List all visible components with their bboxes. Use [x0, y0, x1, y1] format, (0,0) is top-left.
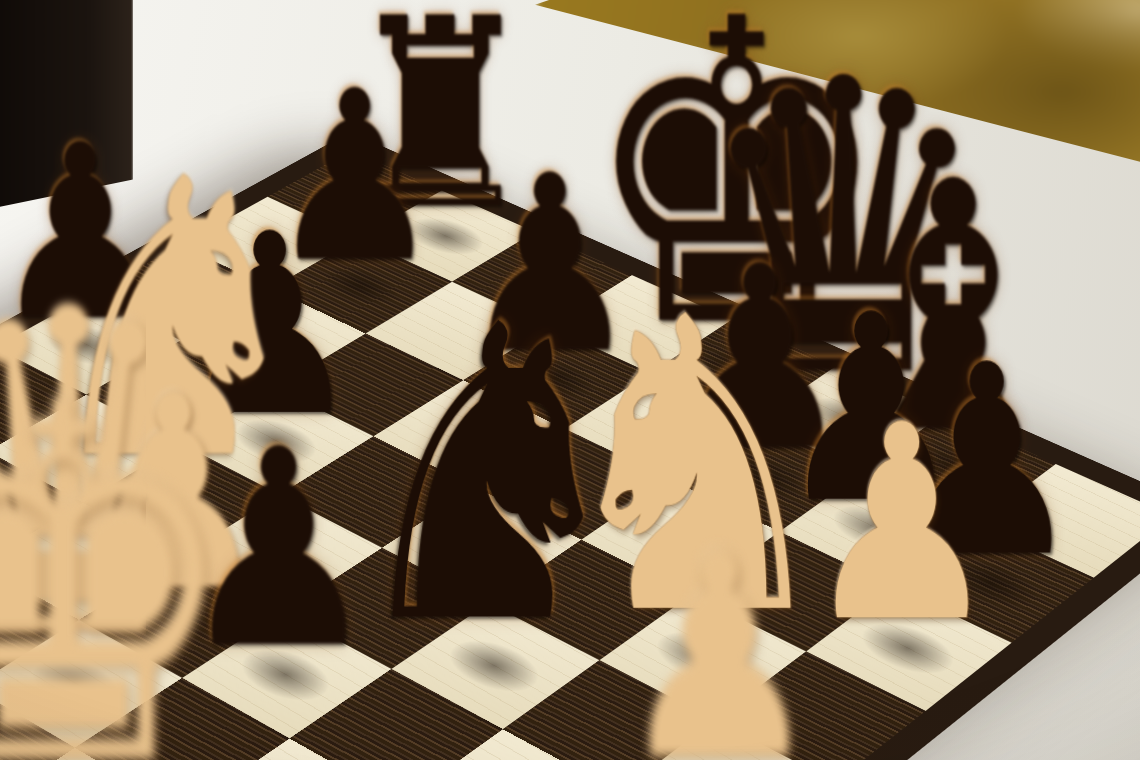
photo-scene: ♜♚♛♝♟♟♟♟♟♟♟♟♞♞♞♟♟♟♛♚: [0, 0, 1140, 760]
piece-white-king-e1[interactable]: ♚: [0, 354, 245, 760]
square-e1[interactable]: ♚: [0, 748, 183, 760]
square-h4[interactable]: ♟: [619, 720, 835, 760]
piece-black-knight-f4[interactable]: ♞: [339, 284, 638, 670]
chess-board[interactable]: ♜♚♛♝♟♟♟♟♟♟♟♟♞♞♞♟♟♟♛♚: [0, 132, 1140, 760]
piece-white-pawn-h4[interactable]: ♟: [616, 525, 824, 760]
board-perspective-wrapper: ♜♚♛♝♟♟♟♟♟♟♟♟♞♞♞♟♟♟♛♚: [0, 0, 1140, 760]
